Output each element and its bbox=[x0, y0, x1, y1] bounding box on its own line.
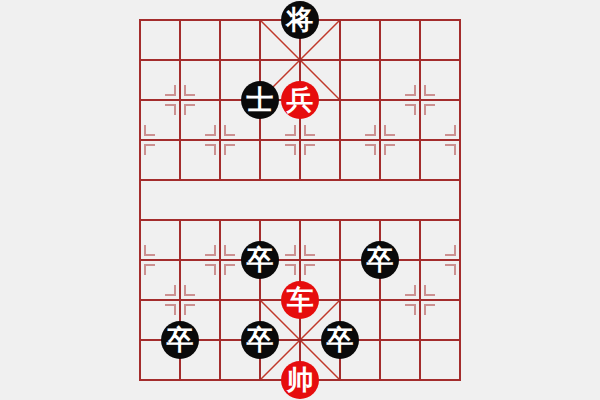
position-marker bbox=[365, 125, 376, 136]
piece-black-soldier[interactable]: 卒 bbox=[161, 321, 199, 359]
position-marker bbox=[424, 104, 435, 115]
position-marker bbox=[424, 85, 435, 96]
position-marker bbox=[165, 104, 176, 115]
piece-black-soldier[interactable]: 卒 bbox=[241, 241, 279, 279]
position-marker bbox=[405, 104, 416, 115]
position-marker bbox=[224, 144, 235, 155]
grid-line-file-8 bbox=[459, 19, 461, 381]
position-marker bbox=[144, 264, 155, 275]
position-marker bbox=[165, 304, 176, 315]
position-marker bbox=[184, 285, 195, 296]
grid-line-file-0 bbox=[139, 19, 141, 381]
grid-line-file-2-bottom bbox=[219, 219, 221, 381]
position-marker bbox=[144, 144, 155, 155]
position-marker bbox=[184, 304, 195, 315]
position-marker bbox=[405, 85, 416, 96]
position-marker bbox=[405, 304, 416, 315]
xiangqi-screenshot: 将士兵卒卒车卒卒卒帅 bbox=[0, 0, 600, 400]
position-marker bbox=[445, 245, 456, 256]
position-marker bbox=[144, 245, 155, 256]
position-marker bbox=[304, 125, 315, 136]
position-marker bbox=[224, 264, 235, 275]
position-marker bbox=[304, 264, 315, 275]
piece-black-soldier[interactable]: 卒 bbox=[241, 321, 279, 359]
piece-red-soldier[interactable]: 兵 bbox=[281, 81, 319, 119]
grid-line-file-7-top bbox=[419, 19, 421, 181]
piece-black-advisor[interactable]: 士 bbox=[241, 81, 279, 119]
position-marker bbox=[365, 144, 376, 155]
position-marker bbox=[224, 125, 235, 136]
position-marker bbox=[205, 144, 216, 155]
position-marker bbox=[285, 125, 296, 136]
position-marker bbox=[224, 245, 235, 256]
xiangqi-board[interactable]: 将士兵卒卒车卒卒卒帅 bbox=[140, 20, 460, 380]
position-marker bbox=[384, 125, 395, 136]
grid-line-file-1-top bbox=[179, 19, 181, 181]
position-marker bbox=[184, 85, 195, 96]
position-marker bbox=[285, 144, 296, 155]
position-marker bbox=[424, 285, 435, 296]
position-marker bbox=[165, 285, 176, 296]
grid-line-file-6-top bbox=[379, 19, 381, 181]
position-marker bbox=[445, 125, 456, 136]
position-marker bbox=[304, 144, 315, 155]
piece-red-general[interactable]: 帅 bbox=[281, 361, 319, 399]
position-marker bbox=[205, 245, 216, 256]
piece-red-chariot[interactable]: 车 bbox=[281, 281, 319, 319]
position-marker bbox=[184, 104, 195, 115]
position-marker bbox=[205, 264, 216, 275]
position-marker bbox=[445, 144, 456, 155]
position-marker bbox=[405, 285, 416, 296]
position-marker bbox=[205, 125, 216, 136]
position-marker bbox=[424, 304, 435, 315]
position-marker bbox=[285, 264, 296, 275]
position-marker bbox=[285, 245, 296, 256]
position-marker bbox=[445, 264, 456, 275]
position-marker bbox=[304, 245, 315, 256]
piece-black-general[interactable]: 将 bbox=[281, 1, 319, 39]
grid-line-file-7-bottom bbox=[419, 219, 421, 381]
position-marker bbox=[144, 125, 155, 136]
grid-line-file-5-top bbox=[339, 19, 341, 181]
position-marker bbox=[165, 85, 176, 96]
piece-black-soldier[interactable]: 卒 bbox=[321, 321, 359, 359]
grid-line-file-2-top bbox=[219, 19, 221, 181]
position-marker bbox=[384, 144, 395, 155]
piece-black-soldier[interactable]: 卒 bbox=[361, 241, 399, 279]
